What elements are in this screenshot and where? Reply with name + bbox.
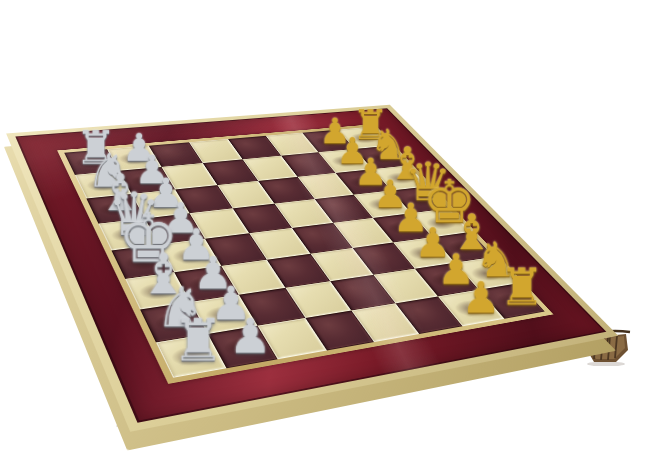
- square-e5[interactable]: [292, 223, 353, 254]
- square-h7[interactable]: ♟: [438, 290, 504, 326]
- white-pawn[interactable]: ♟: [229, 312, 272, 360]
- chess-board: ♜♟♟♜♞♟♟♞♝♟♟♝♛♟♟♛♚♟♟♚♝♟♟♝♞♟♟♞♜♟♟♜: [6, 105, 618, 432]
- white-rook[interactable]: ♜: [172, 310, 225, 369]
- black-rook[interactable]: ♜: [499, 261, 545, 312]
- board-squares: ♜♟♟♜♞♟♟♞♝♟♟♝♛♟♟♛♚♟♟♚♝♟♟♝♞♟♟♞♜♟♟♜: [64, 127, 545, 378]
- board-outer-gold-edge: ♜♟♟♜♞♟♟♞♝♟♟♝♛♟♟♛♚♟♟♚♝♟♟♝♞♟♟♞♜♟♟♜: [6, 105, 618, 432]
- chess-set-photo: ♜♟♟♜♞♟♟♞♝♟♟♝♛♟♟♛♚♟♟♚♝♟♟♝♞♟♟♞♜♟♟♜: [0, 0, 650, 461]
- black-pawn[interactable]: ♟: [462, 276, 501, 319]
- board-inner-gold-frame: ♜♟♟♜♞♟♟♞♝♟♟♝♛♟♟♛♚♟♟♚♝♟♟♝♞♟♟♞♜♟♟♜: [57, 124, 553, 384]
- square-h1[interactable]: ♜: [156, 334, 227, 378]
- board-face: ♜♟♟♜♞♟♟♞♝♟♟♝♛♟♟♛♚♟♟♚♝♟♟♝♞♟♟♞♜♟♟♜: [6, 105, 618, 432]
